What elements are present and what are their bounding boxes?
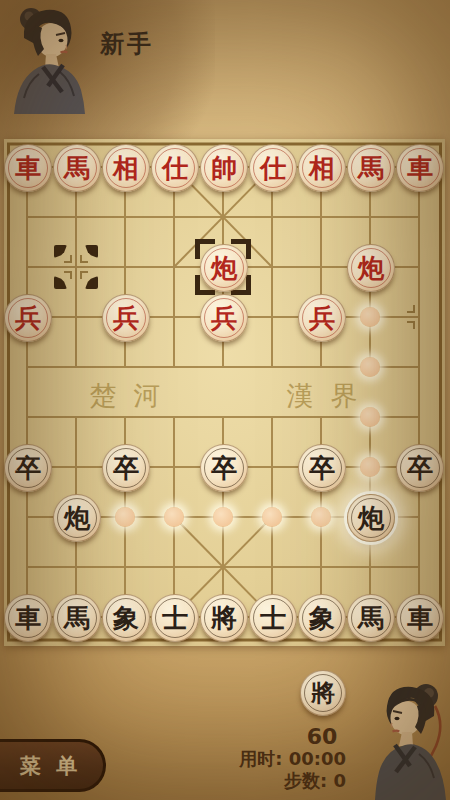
river-label: 界: [331, 380, 358, 411]
menu-button-label: 菜 单: [20, 752, 81, 780]
piece-象-black[interactable]: 象: [298, 594, 346, 642]
piece-char: 仕: [260, 145, 286, 191]
marker-corner-icon: [54, 245, 67, 258]
piece-士-black[interactable]: 士: [151, 594, 199, 642]
piece-馬-black[interactable]: 馬: [53, 594, 101, 642]
piece-將-black[interactable]: 將: [200, 594, 248, 642]
piece-char: 相: [113, 145, 139, 191]
opponent-avatar: [10, 4, 88, 114]
piece-卒-black[interactable]: 卒: [4, 444, 52, 492]
piece-char: 卒: [211, 445, 237, 491]
piece-仕-red[interactable]: 仕: [249, 144, 297, 192]
piece-卒-black[interactable]: 卒: [200, 444, 248, 492]
xiangqi-game-screen: 新手 楚河漢界車馬相仕帥仕相馬車炮炮兵兵兵兵卒卒卒卒卒炮炮車馬象士將士象馬車 將…: [0, 0, 450, 800]
piece-char: 炮: [358, 245, 384, 291]
piece-士-black[interactable]: 士: [249, 594, 297, 642]
piece-車-red[interactable]: 車: [4, 144, 52, 192]
piece-char: 兵: [211, 295, 237, 341]
piece-相-red[interactable]: 相: [102, 144, 150, 192]
move-dot[interactable]: [164, 507, 184, 527]
move-dot[interactable]: [115, 507, 135, 527]
marker-corner-icon: [85, 245, 98, 258]
steps-value: 0: [333, 770, 346, 791]
opponent-avatar-art: [10, 4, 88, 114]
piece-卒-black[interactable]: 卒: [298, 444, 346, 492]
piece-char: 卒: [407, 445, 433, 491]
piece-char: 兵: [309, 295, 335, 341]
piece-char: 象: [309, 595, 335, 641]
piece-char: 將: [211, 595, 237, 641]
piece-char: 炮: [211, 245, 237, 291]
piece-兵-red[interactable]: 兵: [298, 294, 346, 342]
move-dot[interactable]: [360, 457, 380, 477]
move-dot[interactable]: [360, 307, 380, 327]
time-value: 00:00: [289, 748, 346, 769]
river-label: 漢: [287, 380, 314, 411]
piece-卒-black[interactable]: 卒: [102, 444, 150, 492]
piece-兵-red[interactable]: 兵: [200, 294, 248, 342]
piece-char: 車: [407, 595, 433, 641]
piece-char: 車: [15, 595, 41, 641]
game-stats: 用时: 00:00 步数: 0: [239, 748, 346, 792]
opponent-name: 新手: [100, 28, 154, 60]
countdown-text: 60: [282, 724, 362, 749]
piece-char: 炮: [358, 495, 384, 541]
time-label: 用时:: [239, 748, 282, 769]
piece-車-black[interactable]: 車: [4, 594, 52, 642]
piece-車-black[interactable]: 車: [396, 594, 444, 642]
river-label: 楚: [90, 380, 117, 411]
piece-char: 卒: [309, 445, 335, 491]
piece-char: 馬: [358, 595, 384, 641]
piece-卒-black[interactable]: 卒: [396, 444, 444, 492]
steps-label: 步数:: [284, 770, 327, 791]
marker-corner-icon: [85, 276, 98, 289]
piece-象-black[interactable]: 象: [102, 594, 150, 642]
time-row: 用时: 00:00: [239, 748, 346, 770]
move-dot[interactable]: [360, 357, 380, 377]
piece-馬-red[interactable]: 馬: [347, 144, 395, 192]
board-grid: 楚河漢界: [4, 139, 445, 646]
piece-char: 馬: [64, 595, 90, 641]
move-dot[interactable]: [213, 507, 233, 527]
piece-馬-black[interactable]: 馬: [347, 594, 395, 642]
piece-char: 車: [407, 145, 433, 191]
piece-char: 馬: [358, 145, 384, 191]
move-dot[interactable]: [360, 407, 380, 427]
player-avatar-art: [362, 680, 450, 800]
piece-char: 卒: [15, 445, 41, 491]
player-avatar: [362, 680, 450, 800]
piece-char: 帥: [211, 145, 237, 191]
piece-帥-red[interactable]: 帥: [200, 144, 248, 192]
piece-車-red[interactable]: 車: [396, 144, 444, 192]
move-dot[interactable]: [262, 507, 282, 527]
move-dot[interactable]: [311, 507, 331, 527]
turn-indicator-char: 將: [311, 671, 335, 715]
steps-row: 步数: 0: [239, 770, 346, 792]
piece-char: 車: [15, 145, 41, 191]
piece-char: 士: [162, 595, 188, 641]
marker-corner-icon: [54, 276, 67, 289]
piece-馬-red[interactable]: 馬: [53, 144, 101, 192]
piece-char: 卒: [113, 445, 139, 491]
turn-indicator-piece: 將: [300, 670, 346, 716]
piece-炮-red[interactable]: 炮: [200, 244, 248, 292]
menu-button[interactable]: 菜 单: [0, 739, 106, 792]
piece-char: 士: [260, 595, 286, 641]
piece-仕-red[interactable]: 仕: [151, 144, 199, 192]
piece-相-red[interactable]: 相: [298, 144, 346, 192]
piece-char: 馬: [64, 145, 90, 191]
piece-char: 仕: [162, 145, 188, 191]
piece-兵-red[interactable]: 兵: [102, 294, 150, 342]
river-label: 河: [134, 380, 161, 411]
piece-char: 炮: [64, 495, 90, 541]
piece-char: 兵: [113, 295, 139, 341]
xiangqi-board[interactable]: 楚河漢界車馬相仕帥仕相馬車炮炮兵兵兵兵卒卒卒卒卒炮炮車馬象士將士象馬車: [4, 139, 445, 646]
selected-piece-炮-black[interactable]: 炮: [347, 494, 395, 542]
piece-炮-red[interactable]: 炮: [347, 244, 395, 292]
piece-兵-red[interactable]: 兵: [4, 294, 52, 342]
piece-炮-black[interactable]: 炮: [53, 494, 101, 542]
piece-char: 兵: [15, 295, 41, 341]
piece-char: 相: [309, 145, 335, 191]
piece-char: 象: [113, 595, 139, 641]
last-move-from-marker: [53, 244, 99, 290]
